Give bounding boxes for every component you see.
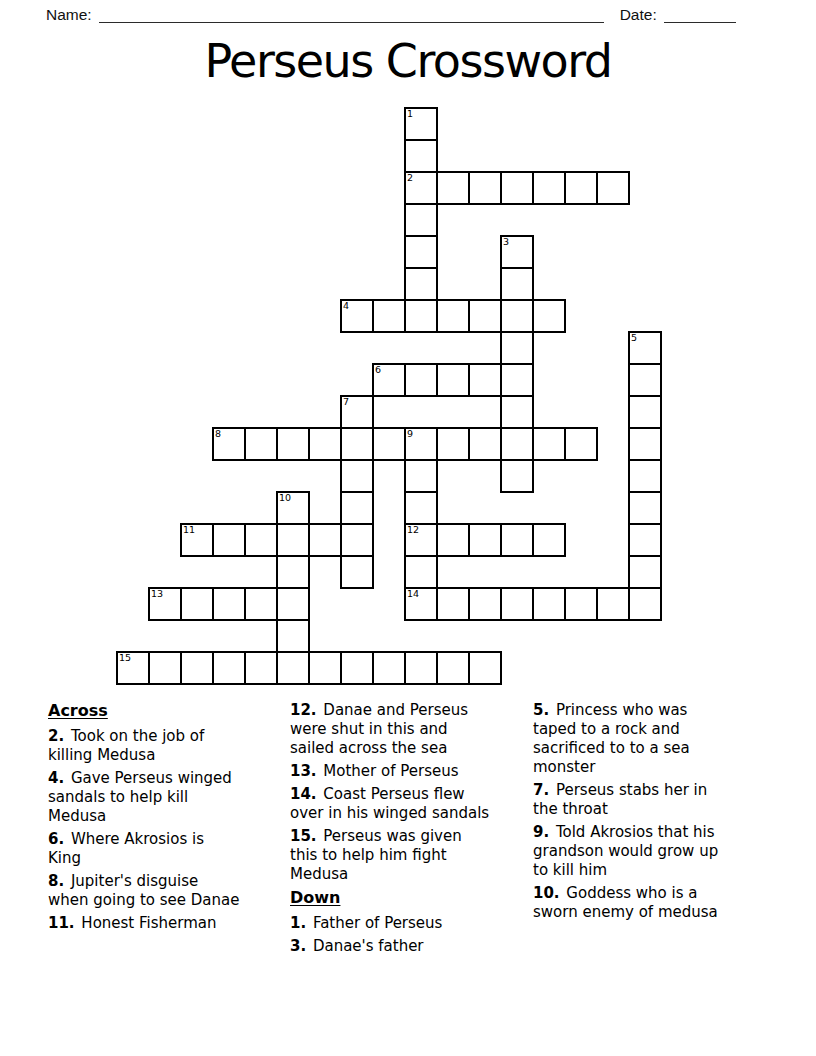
grid-cell[interactable]: 15 <box>117 652 149 684</box>
grid-cell[interactable] <box>341 428 373 460</box>
grid-cell[interactable] <box>277 556 309 588</box>
grid-cell[interactable] <box>629 524 661 556</box>
grid-cell[interactable] <box>341 556 373 588</box>
grid-cell[interactable] <box>341 492 373 524</box>
grid-cell[interactable] <box>245 588 277 620</box>
grid-cell[interactable]: 6 <box>373 364 405 396</box>
grid-cell[interactable] <box>277 620 309 652</box>
grid-cell[interactable] <box>373 428 405 460</box>
clue-number: 12. <box>290 701 317 719</box>
grid-cell[interactable] <box>437 524 469 556</box>
grid-cell[interactable] <box>437 300 469 332</box>
across-clue-13: 13. Mother of Perseus <box>290 762 530 781</box>
grid-cell[interactable] <box>437 428 469 460</box>
grid-cell[interactable] <box>469 652 501 684</box>
grid-cell[interactable] <box>181 652 213 684</box>
across-clue-8: 8. Jupiter's disguise when going to see … <box>48 872 286 910</box>
grid-cell[interactable] <box>405 204 437 236</box>
grid-cell[interactable]: 2 <box>405 172 437 204</box>
grid-cell[interactable] <box>405 300 437 332</box>
clue-number-badge: 11 <box>183 525 195 535</box>
clue-number-badge: 3 <box>503 237 509 247</box>
grid-cell[interactable] <box>565 172 597 204</box>
grid-cell[interactable] <box>437 172 469 204</box>
clue-number: 14. <box>290 785 317 803</box>
grid-cell[interactable] <box>501 396 533 428</box>
clue-number: 2. <box>48 727 64 745</box>
grid-cell[interactable] <box>213 524 245 556</box>
grid-cell[interactable] <box>501 428 533 460</box>
grid-cell[interactable] <box>405 556 437 588</box>
clue-column-2: 12. Danae and Perseus were shut in this … <box>290 701 530 960</box>
grid-cell[interactable] <box>469 428 501 460</box>
grid-cell[interactable] <box>501 268 533 300</box>
clue-number-badge: 7 <box>343 397 349 407</box>
clue-number-badge: 10 <box>279 493 291 503</box>
grid-cell[interactable] <box>629 364 661 396</box>
clue-number-badge: 8 <box>215 429 221 439</box>
grid-cell[interactable] <box>469 172 501 204</box>
down-clue-5: 5. Princess who was taped to a rock and … <box>533 701 773 777</box>
grid-cell[interactable] <box>437 364 469 396</box>
down-clue-7: 7. Perseus stabs her in the throat <box>533 781 773 819</box>
grid-cell[interactable]: 13 <box>149 588 181 620</box>
grid-cell[interactable] <box>565 428 597 460</box>
clue-number: 8. <box>48 872 64 890</box>
name-label: Name: <box>46 5 92 25</box>
clue-column-3: 5. Princess who was taped to a rock and … <box>533 701 773 926</box>
clue-number: 13. <box>290 762 317 780</box>
grid-cell[interactable] <box>629 428 661 460</box>
grid-cell[interactable] <box>533 428 565 460</box>
grid-cell[interactable]: 8 <box>213 428 245 460</box>
grid-cell[interactable] <box>245 428 277 460</box>
grid-cell[interactable]: 11 <box>181 524 213 556</box>
grid-cell[interactable] <box>309 524 341 556</box>
grid-cell[interactable] <box>533 524 565 556</box>
grid-cell[interactable] <box>533 300 565 332</box>
clue-number-badge: 14 <box>407 589 419 599</box>
grid-cell[interactable] <box>277 652 309 684</box>
clue-number-badge: 5 <box>631 333 637 343</box>
grid-cell[interactable] <box>469 588 501 620</box>
grid-cell[interactable] <box>341 652 373 684</box>
worksheet-header: Name: Date: <box>46 5 736 25</box>
grid-cell[interactable] <box>437 588 469 620</box>
grid-cell[interactable] <box>149 652 181 684</box>
clue-number-badge: 13 <box>151 589 163 599</box>
clue-number-badge: 6 <box>375 365 381 375</box>
grid-cell[interactable] <box>213 652 245 684</box>
clue-number-badge: 1 <box>407 109 413 119</box>
clue-number: 4. <box>48 769 64 787</box>
across-clue-14: 14. Coast Perseus flew over in his winge… <box>290 785 530 823</box>
clue-number-badge: 12 <box>407 525 419 535</box>
grid-cell[interactable] <box>597 172 629 204</box>
grid-cell[interactable] <box>405 460 437 492</box>
grid-cell[interactable] <box>181 588 213 620</box>
grid-cell[interactable] <box>437 652 469 684</box>
date-label: Date: <box>620 5 657 25</box>
grid-cell[interactable] <box>277 588 309 620</box>
grid-cell[interactable]: 5 <box>629 332 661 364</box>
across-clue-6: 6. Where Akrosios is King <box>48 830 286 868</box>
grid-cell[interactable] <box>597 588 629 620</box>
grid-cell[interactable] <box>629 460 661 492</box>
grid-cell[interactable]: 12 <box>405 524 437 556</box>
grid-cell[interactable] <box>533 588 565 620</box>
grid-cell[interactable] <box>373 652 405 684</box>
clue-number-badge: 2 <box>407 173 413 183</box>
grid-cell[interactable] <box>373 300 405 332</box>
grid-cell[interactable] <box>341 460 373 492</box>
down-header: Down <box>290 888 530 907</box>
grid-cell[interactable] <box>469 364 501 396</box>
clue-number: 11. <box>48 914 75 932</box>
grid-cell[interactable]: 4 <box>341 300 373 332</box>
clue-number: 3. <box>290 937 306 955</box>
grid-cell[interactable]: 10 <box>277 492 309 524</box>
grid-cell[interactable] <box>501 332 533 364</box>
grid-cell[interactable]: 1 <box>405 108 437 140</box>
clue-number: 10. <box>533 884 560 902</box>
clue-number: 15. <box>290 827 317 845</box>
grid-cell[interactable] <box>501 524 533 556</box>
grid-cell[interactable] <box>277 524 309 556</box>
across-clue-11: 11. Honest Fisherman <box>48 914 286 933</box>
grid-cell[interactable] <box>213 588 245 620</box>
across-clue-15: 15. Perseus was given this to help him f… <box>290 827 530 884</box>
grid-cell[interactable] <box>309 652 341 684</box>
grid-cell[interactable] <box>245 524 277 556</box>
grid-cell[interactable] <box>501 588 533 620</box>
grid-cell[interactable] <box>629 556 661 588</box>
date-blank-line[interactable] <box>664 6 736 23</box>
grid-cell[interactable] <box>533 172 565 204</box>
grid-cell[interactable]: 9 <box>405 428 437 460</box>
grid-cell[interactable] <box>245 652 277 684</box>
down-clue-9: 9. Told Akrosios that his grandson would… <box>533 823 773 880</box>
grid-cell[interactable]: 14 <box>405 588 437 620</box>
grid-cell[interactable] <box>469 524 501 556</box>
grid-cell[interactable] <box>469 300 501 332</box>
grid-cell[interactable] <box>501 172 533 204</box>
grid-cell[interactable] <box>405 364 437 396</box>
grid-cell[interactable] <box>405 652 437 684</box>
grid-cell[interactable] <box>277 428 309 460</box>
down-clue-3: 3. Danae's father <box>290 937 530 956</box>
page-title: Perseus Crossword <box>0 34 816 88</box>
across-clue-12: 12. Danae and Perseus were shut in this … <box>290 701 530 758</box>
grid-cell[interactable]: 7 <box>341 396 373 428</box>
down-clue-1: 1. Father of Perseus <box>290 914 530 933</box>
grid-cell[interactable] <box>501 460 533 492</box>
grid-cell[interactable] <box>501 300 533 332</box>
clue-number-badge: 4 <box>343 301 349 311</box>
clue-number: 7. <box>533 781 549 799</box>
clue-number: 5. <box>533 701 549 719</box>
clue-number-badge: 15 <box>119 653 131 663</box>
clue-number: 6. <box>48 830 64 848</box>
grid-cell[interactable] <box>629 396 661 428</box>
grid-cell[interactable]: 3 <box>501 236 533 268</box>
grid-cell[interactable] <box>565 588 597 620</box>
name-blank-line[interactable] <box>99 6 604 23</box>
grid-cell[interactable] <box>405 236 437 268</box>
grid-cell[interactable] <box>405 140 437 172</box>
grid-cell[interactable] <box>629 492 661 524</box>
clue-number: 9. <box>533 823 549 841</box>
grid-cell[interactable] <box>501 364 533 396</box>
across-clue-2: 2. Took on the job of killing Medusa <box>48 727 286 765</box>
across-header: Across <box>48 701 286 720</box>
grid-cell[interactable] <box>405 268 437 300</box>
across-clue-4: 4. Gave Perseus winged sandals to help k… <box>48 769 286 826</box>
clue-number-badge: 9 <box>407 429 413 439</box>
clue-number: 1. <box>290 914 306 932</box>
grid-cell[interactable] <box>629 588 661 620</box>
clue-column-1: Across2. Took on the job of killing Medu… <box>48 701 286 937</box>
down-clue-10: 10. Goddess who is a sworn enemy of medu… <box>533 884 773 922</box>
grid-cell[interactable] <box>341 524 373 556</box>
grid-cell[interactable] <box>405 492 437 524</box>
crossword-grid: 123456789101112131415 <box>117 108 661 684</box>
grid-cell[interactable] <box>309 428 341 460</box>
